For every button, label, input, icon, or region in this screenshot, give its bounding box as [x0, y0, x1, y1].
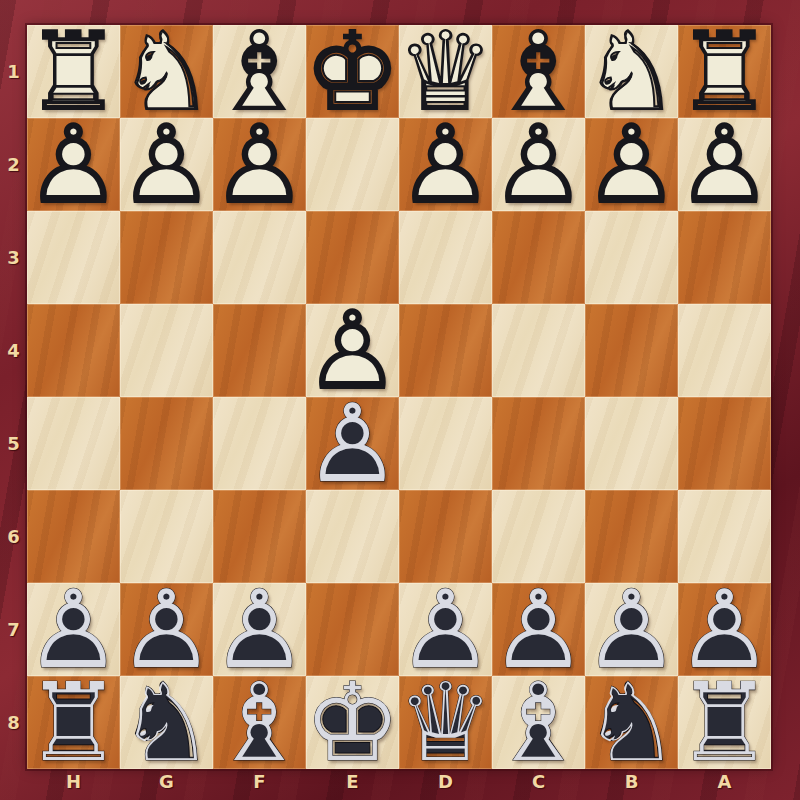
white-bishop-detail: ♗: [213, 25, 306, 118]
white-pawn: ♟: [213, 118, 306, 211]
black-rook: ♜: [27, 676, 120, 769]
white-pawn: ♟: [306, 304, 399, 397]
rank-label-7: 7: [0, 583, 27, 676]
white-knight-detail: ♘: [585, 25, 678, 118]
chessboard-frame: ♜♖♞♘♝♗♚♔♛♕♝♗♞♘♜♖♟♙♟♙♟♙♟♙♟♙♟♙♟♙♟♙♟♙♟♙♟♙♟♙…: [0, 0, 800, 800]
black-pawn-detail: ♙: [492, 583, 585, 676]
square-c7[interactable]: ♟♙: [492, 583, 585, 676]
white-pawn: ♟: [678, 118, 771, 211]
rank-label-2: 2: [0, 118, 27, 211]
square-f8[interactable]: ♝♗: [213, 676, 306, 769]
black-pawn-detail: ♙: [27, 583, 120, 676]
white-pawn: ♟: [120, 118, 213, 211]
square-h5[interactable]: [27, 397, 120, 490]
white-pawn: ♟: [399, 118, 492, 211]
square-h3[interactable]: [27, 211, 120, 304]
square-d4[interactable]: [399, 304, 492, 397]
square-g2[interactable]: ♟♙: [120, 118, 213, 211]
white-bishop: ♝: [492, 25, 585, 118]
square-g4[interactable]: [120, 304, 213, 397]
square-f1[interactable]: ♝♗: [213, 25, 306, 118]
black-pawn-detail: ♙: [120, 583, 213, 676]
square-a6[interactable]: [678, 490, 771, 583]
square-e3[interactable]: [306, 211, 399, 304]
square-h2[interactable]: ♟♙: [27, 118, 120, 211]
square-b7[interactable]: ♟♙: [585, 583, 678, 676]
white-rook-detail: ♖: [678, 25, 771, 118]
white-pawn-detail: ♙: [399, 118, 492, 211]
square-c5[interactable]: [492, 397, 585, 490]
square-d7[interactable]: ♟♙: [399, 583, 492, 676]
file-label-c: C: [492, 764, 585, 798]
rank-label-1: 1: [0, 25, 27, 118]
square-a4[interactable]: [678, 304, 771, 397]
black-knight-detail: ♘: [120, 676, 213, 769]
white-bishop: ♝: [213, 25, 306, 118]
rank-label-4: 4: [0, 304, 27, 397]
black-queen: ♛: [399, 676, 492, 769]
white-pawn-detail: ♙: [27, 118, 120, 211]
black-bishop-detail: ♗: [492, 676, 585, 769]
rank-labels: 12345678: [0, 25, 27, 769]
square-c3[interactable]: [492, 211, 585, 304]
chess-board: ♜♖♞♘♝♗♚♔♛♕♝♗♞♘♜♖♟♙♟♙♟♙♟♙♟♙♟♙♟♙♟♙♟♙♟♙♟♙♟♙…: [27, 25, 771, 769]
file-label-h: H: [27, 764, 120, 798]
black-pawn: ♟: [678, 583, 771, 676]
square-d2[interactable]: ♟♙: [399, 118, 492, 211]
white-pawn-detail: ♙: [492, 118, 585, 211]
black-pawn-detail: ♙: [306, 397, 399, 490]
rank-label-8: 8: [0, 676, 27, 769]
square-a1[interactable]: ♜♖: [678, 25, 771, 118]
black-knight-detail: ♘: [585, 676, 678, 769]
square-f4[interactable]: [213, 304, 306, 397]
black-bishop-detail: ♗: [213, 676, 306, 769]
file-label-d: D: [399, 764, 492, 798]
white-rook-detail: ♖: [27, 25, 120, 118]
square-e7[interactable]: [306, 583, 399, 676]
black-knight: ♞: [120, 676, 213, 769]
white-king-detail: ♔: [306, 25, 399, 118]
square-e2[interactable]: [306, 118, 399, 211]
square-c8[interactable]: ♝♗: [492, 676, 585, 769]
square-h6[interactable]: [27, 490, 120, 583]
square-e6[interactable]: [306, 490, 399, 583]
square-b3[interactable]: [585, 211, 678, 304]
square-g8[interactable]: ♞♘: [120, 676, 213, 769]
black-pawn: ♟: [492, 583, 585, 676]
white-pawn-detail: ♙: [213, 118, 306, 211]
square-g5[interactable]: [120, 397, 213, 490]
square-g1[interactable]: ♞♘: [120, 25, 213, 118]
square-f3[interactable]: [213, 211, 306, 304]
square-g3[interactable]: [120, 211, 213, 304]
square-f2[interactable]: ♟♙: [213, 118, 306, 211]
square-g7[interactable]: ♟♙: [120, 583, 213, 676]
square-b1[interactable]: ♞♘: [585, 25, 678, 118]
square-b2[interactable]: ♟♙: [585, 118, 678, 211]
rank-label-6: 6: [0, 490, 27, 583]
black-rook: ♜: [678, 676, 771, 769]
white-rook: ♜: [678, 25, 771, 118]
black-king: ♚: [306, 676, 399, 769]
black-pawn: ♟: [585, 583, 678, 676]
file-label-a: A: [678, 764, 771, 798]
white-pawn-detail: ♙: [120, 118, 213, 211]
square-a8[interactable]: ♜♖: [678, 676, 771, 769]
white-pawn-detail: ♙: [306, 304, 399, 397]
file-label-b: B: [585, 764, 678, 798]
rank-label-3: 3: [0, 211, 27, 304]
square-e5[interactable]: ♟♙: [306, 397, 399, 490]
square-a5[interactable]: [678, 397, 771, 490]
black-pawn-detail: ♙: [399, 583, 492, 676]
black-pawn: ♟: [306, 397, 399, 490]
white-queen-detail: ♕: [399, 25, 492, 118]
white-pawn-detail: ♙: [678, 118, 771, 211]
square-b8[interactable]: ♞♘: [585, 676, 678, 769]
square-c1[interactable]: ♝♗: [492, 25, 585, 118]
square-c2[interactable]: ♟♙: [492, 118, 585, 211]
square-d8[interactable]: ♛♕: [399, 676, 492, 769]
white-knight: ♞: [120, 25, 213, 118]
white-pawn: ♟: [27, 118, 120, 211]
white-king: ♚: [306, 25, 399, 118]
black-pawn-detail: ♙: [585, 583, 678, 676]
square-f5[interactable]: [213, 397, 306, 490]
square-c4[interactable]: [492, 304, 585, 397]
black-pawn: ♟: [27, 583, 120, 676]
file-label-e: E: [306, 764, 399, 798]
square-a3[interactable]: [678, 211, 771, 304]
square-d3[interactable]: [399, 211, 492, 304]
white-pawn: ♟: [585, 118, 678, 211]
square-b5[interactable]: [585, 397, 678, 490]
square-e1[interactable]: ♚♔: [306, 25, 399, 118]
square-f6[interactable]: [213, 490, 306, 583]
square-h1[interactable]: ♜♖: [27, 25, 120, 118]
white-queen: ♛: [399, 25, 492, 118]
black-queen-detail: ♕: [399, 676, 492, 769]
square-b4[interactable]: [585, 304, 678, 397]
square-a2[interactable]: ♟♙: [678, 118, 771, 211]
square-f7[interactable]: ♟♙: [213, 583, 306, 676]
square-h4[interactable]: [27, 304, 120, 397]
white-knight-detail: ♘: [120, 25, 213, 118]
square-e8[interactable]: ♚♔: [306, 676, 399, 769]
file-label-f: F: [213, 764, 306, 798]
square-c6[interactable]: [492, 490, 585, 583]
black-knight: ♞: [585, 676, 678, 769]
black-bishop: ♝: [213, 676, 306, 769]
file-label-g: G: [120, 764, 213, 798]
square-d1[interactable]: ♛♕: [399, 25, 492, 118]
square-b6[interactable]: [585, 490, 678, 583]
square-h7[interactable]: ♟♙: [27, 583, 120, 676]
white-pawn: ♟: [492, 118, 585, 211]
square-a7[interactable]: ♟♙: [678, 583, 771, 676]
black-pawn-detail: ♙: [213, 583, 306, 676]
square-g6[interactable]: [120, 490, 213, 583]
file-labels: HGFEDCBA: [27, 764, 771, 798]
black-rook-detail: ♖: [678, 676, 771, 769]
square-d5[interactable]: [399, 397, 492, 490]
black-bishop: ♝: [492, 676, 585, 769]
square-e4[interactable]: ♟♙: [306, 304, 399, 397]
black-pawn: ♟: [399, 583, 492, 676]
black-pawn: ♟: [213, 583, 306, 676]
black-pawn-detail: ♙: [678, 583, 771, 676]
white-bishop-detail: ♗: [492, 25, 585, 118]
square-d6[interactable]: [399, 490, 492, 583]
rank-label-5: 5: [0, 397, 27, 490]
black-pawn: ♟: [120, 583, 213, 676]
black-king-detail: ♔: [306, 676, 399, 769]
white-rook: ♜: [27, 25, 120, 118]
white-knight: ♞: [585, 25, 678, 118]
white-pawn-detail: ♙: [585, 118, 678, 211]
square-h8[interactable]: ♜♖: [27, 676, 120, 769]
black-rook-detail: ♖: [27, 676, 120, 769]
